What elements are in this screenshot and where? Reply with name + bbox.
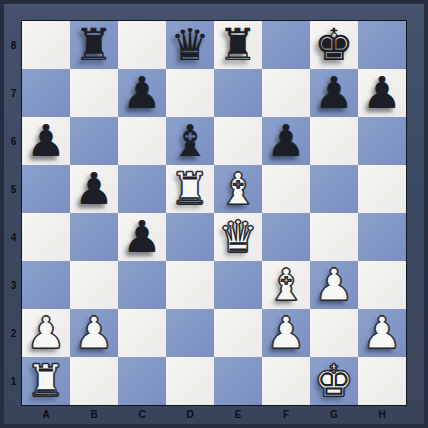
black-pawn-b5[interactable]: ♟	[70, 165, 118, 213]
square-a3[interactable]	[22, 261, 70, 309]
file-label-h: H	[358, 405, 406, 428]
square-g2[interactable]	[310, 309, 358, 357]
white-pawn-a2[interactable]: ♟	[22, 309, 70, 357]
black-pawn-f6[interactable]: ♟	[262, 117, 310, 165]
square-a4[interactable]	[22, 213, 70, 261]
square-d6[interactable]: ♝	[166, 117, 214, 165]
square-d2[interactable]	[166, 309, 214, 357]
chess-board: ♜♛♜♚♟♟♟♟♝♟♟♜♝♟♛♝♟♟♟♟♟♜♚	[22, 21, 406, 405]
square-d3[interactable]	[166, 261, 214, 309]
square-h2[interactable]: ♟	[358, 309, 406, 357]
square-e2[interactable]	[214, 309, 262, 357]
square-c7[interactable]: ♟	[118, 69, 166, 117]
square-f6[interactable]: ♟	[262, 117, 310, 165]
white-rook-a1[interactable]: ♜	[22, 357, 70, 405]
square-e5[interactable]: ♝	[214, 165, 262, 213]
square-e8[interactable]: ♜	[214, 21, 262, 69]
square-b8[interactable]: ♜	[70, 21, 118, 69]
square-h5[interactable]	[358, 165, 406, 213]
square-g7[interactable]: ♟	[310, 69, 358, 117]
square-d1[interactable]	[166, 357, 214, 405]
file-label-f: F	[262, 405, 310, 428]
rank-label-2: 2	[0, 309, 22, 357]
file-label-b: B	[70, 405, 118, 428]
white-king-g1[interactable]: ♚	[310, 357, 358, 405]
white-queen-e4[interactable]: ♛	[214, 213, 262, 261]
square-h8[interactable]	[358, 21, 406, 69]
black-pawn-h7[interactable]: ♟	[358, 69, 406, 117]
square-e3[interactable]	[214, 261, 262, 309]
square-b5[interactable]: ♟	[70, 165, 118, 213]
black-rook-e8[interactable]: ♜	[214, 21, 262, 69]
square-a7[interactable]	[22, 69, 70, 117]
rank-label-7: 7	[0, 69, 22, 117]
square-c6[interactable]	[118, 117, 166, 165]
rank-label-8: 8	[0, 21, 22, 69]
file-label-c: C	[118, 405, 166, 428]
square-h1[interactable]	[358, 357, 406, 405]
square-c1[interactable]	[118, 357, 166, 405]
white-bishop-e5[interactable]: ♝	[214, 165, 262, 213]
white-pawn-b2[interactable]: ♟	[70, 309, 118, 357]
black-queen-d8[interactable]: ♛	[166, 21, 214, 69]
file-label-g: G	[310, 405, 358, 428]
white-bishop-f3[interactable]: ♝	[262, 261, 310, 309]
rank-label-6: 6	[0, 117, 22, 165]
square-g4[interactable]	[310, 213, 358, 261]
square-c2[interactable]	[118, 309, 166, 357]
square-b7[interactable]	[70, 69, 118, 117]
chess-board-frame: 87654321 ♜♛♜♚♟♟♟♟♝♟♟♜♝♟♛♝♟♟♟♟♟♜♚ ABCDEFG…	[0, 0, 428, 428]
square-c5[interactable]	[118, 165, 166, 213]
square-e1[interactable]	[214, 357, 262, 405]
square-f2[interactable]: ♟	[262, 309, 310, 357]
square-b2[interactable]: ♟	[70, 309, 118, 357]
square-b4[interactable]	[70, 213, 118, 261]
square-b1[interactable]	[70, 357, 118, 405]
square-h4[interactable]	[358, 213, 406, 261]
square-h6[interactable]	[358, 117, 406, 165]
square-h3[interactable]	[358, 261, 406, 309]
square-g8[interactable]: ♚	[310, 21, 358, 69]
square-f3[interactable]: ♝	[262, 261, 310, 309]
square-f7[interactable]	[262, 69, 310, 117]
rank-label-1: 1	[0, 357, 22, 405]
white-pawn-h2[interactable]: ♟	[358, 309, 406, 357]
rank-label-4: 4	[0, 213, 22, 261]
square-f5[interactable]	[262, 165, 310, 213]
square-b6[interactable]	[70, 117, 118, 165]
black-pawn-c7[interactable]: ♟	[118, 69, 166, 117]
square-a5[interactable]	[22, 165, 70, 213]
square-e4[interactable]: ♛	[214, 213, 262, 261]
square-e6[interactable]	[214, 117, 262, 165]
rank-label-3: 3	[0, 261, 22, 309]
black-pawn-c4[interactable]: ♟	[118, 213, 166, 261]
file-labels: ABCDEFGH	[22, 405, 406, 428]
file-label-e: E	[214, 405, 262, 428]
black-pawn-a6[interactable]: ♟	[22, 117, 70, 165]
file-label-d: D	[166, 405, 214, 428]
square-g3[interactable]: ♟	[310, 261, 358, 309]
black-king-g8[interactable]: ♚	[310, 21, 358, 69]
square-d4[interactable]	[166, 213, 214, 261]
square-h7[interactable]: ♟	[358, 69, 406, 117]
square-d8[interactable]: ♛	[166, 21, 214, 69]
square-e7[interactable]	[214, 69, 262, 117]
square-f4[interactable]	[262, 213, 310, 261]
white-rook-d5[interactable]: ♜	[166, 165, 214, 213]
square-g6[interactable]	[310, 117, 358, 165]
black-rook-b8[interactable]: ♜	[70, 21, 118, 69]
rank-labels: 87654321	[0, 21, 22, 405]
square-f1[interactable]	[262, 357, 310, 405]
square-d5[interactable]: ♜	[166, 165, 214, 213]
square-a2[interactable]: ♟	[22, 309, 70, 357]
square-a6[interactable]: ♟	[22, 117, 70, 165]
square-g1[interactable]: ♚	[310, 357, 358, 405]
square-f8[interactable]	[262, 21, 310, 69]
file-label-a: A	[22, 405, 70, 428]
square-g5[interactable]	[310, 165, 358, 213]
white-pawn-f2[interactable]: ♟	[262, 309, 310, 357]
black-bishop-d6[interactable]: ♝	[166, 117, 214, 165]
square-b3[interactable]	[70, 261, 118, 309]
black-pawn-g7[interactable]: ♟	[310, 69, 358, 117]
rank-label-5: 5	[0, 165, 22, 213]
square-c8[interactable]	[118, 21, 166, 69]
square-a1[interactable]: ♜	[22, 357, 70, 405]
square-c3[interactable]	[118, 261, 166, 309]
square-d7[interactable]	[166, 69, 214, 117]
square-c4[interactable]: ♟	[118, 213, 166, 261]
white-pawn-g3[interactable]: ♟	[310, 261, 358, 309]
square-a8[interactable]	[22, 21, 70, 69]
